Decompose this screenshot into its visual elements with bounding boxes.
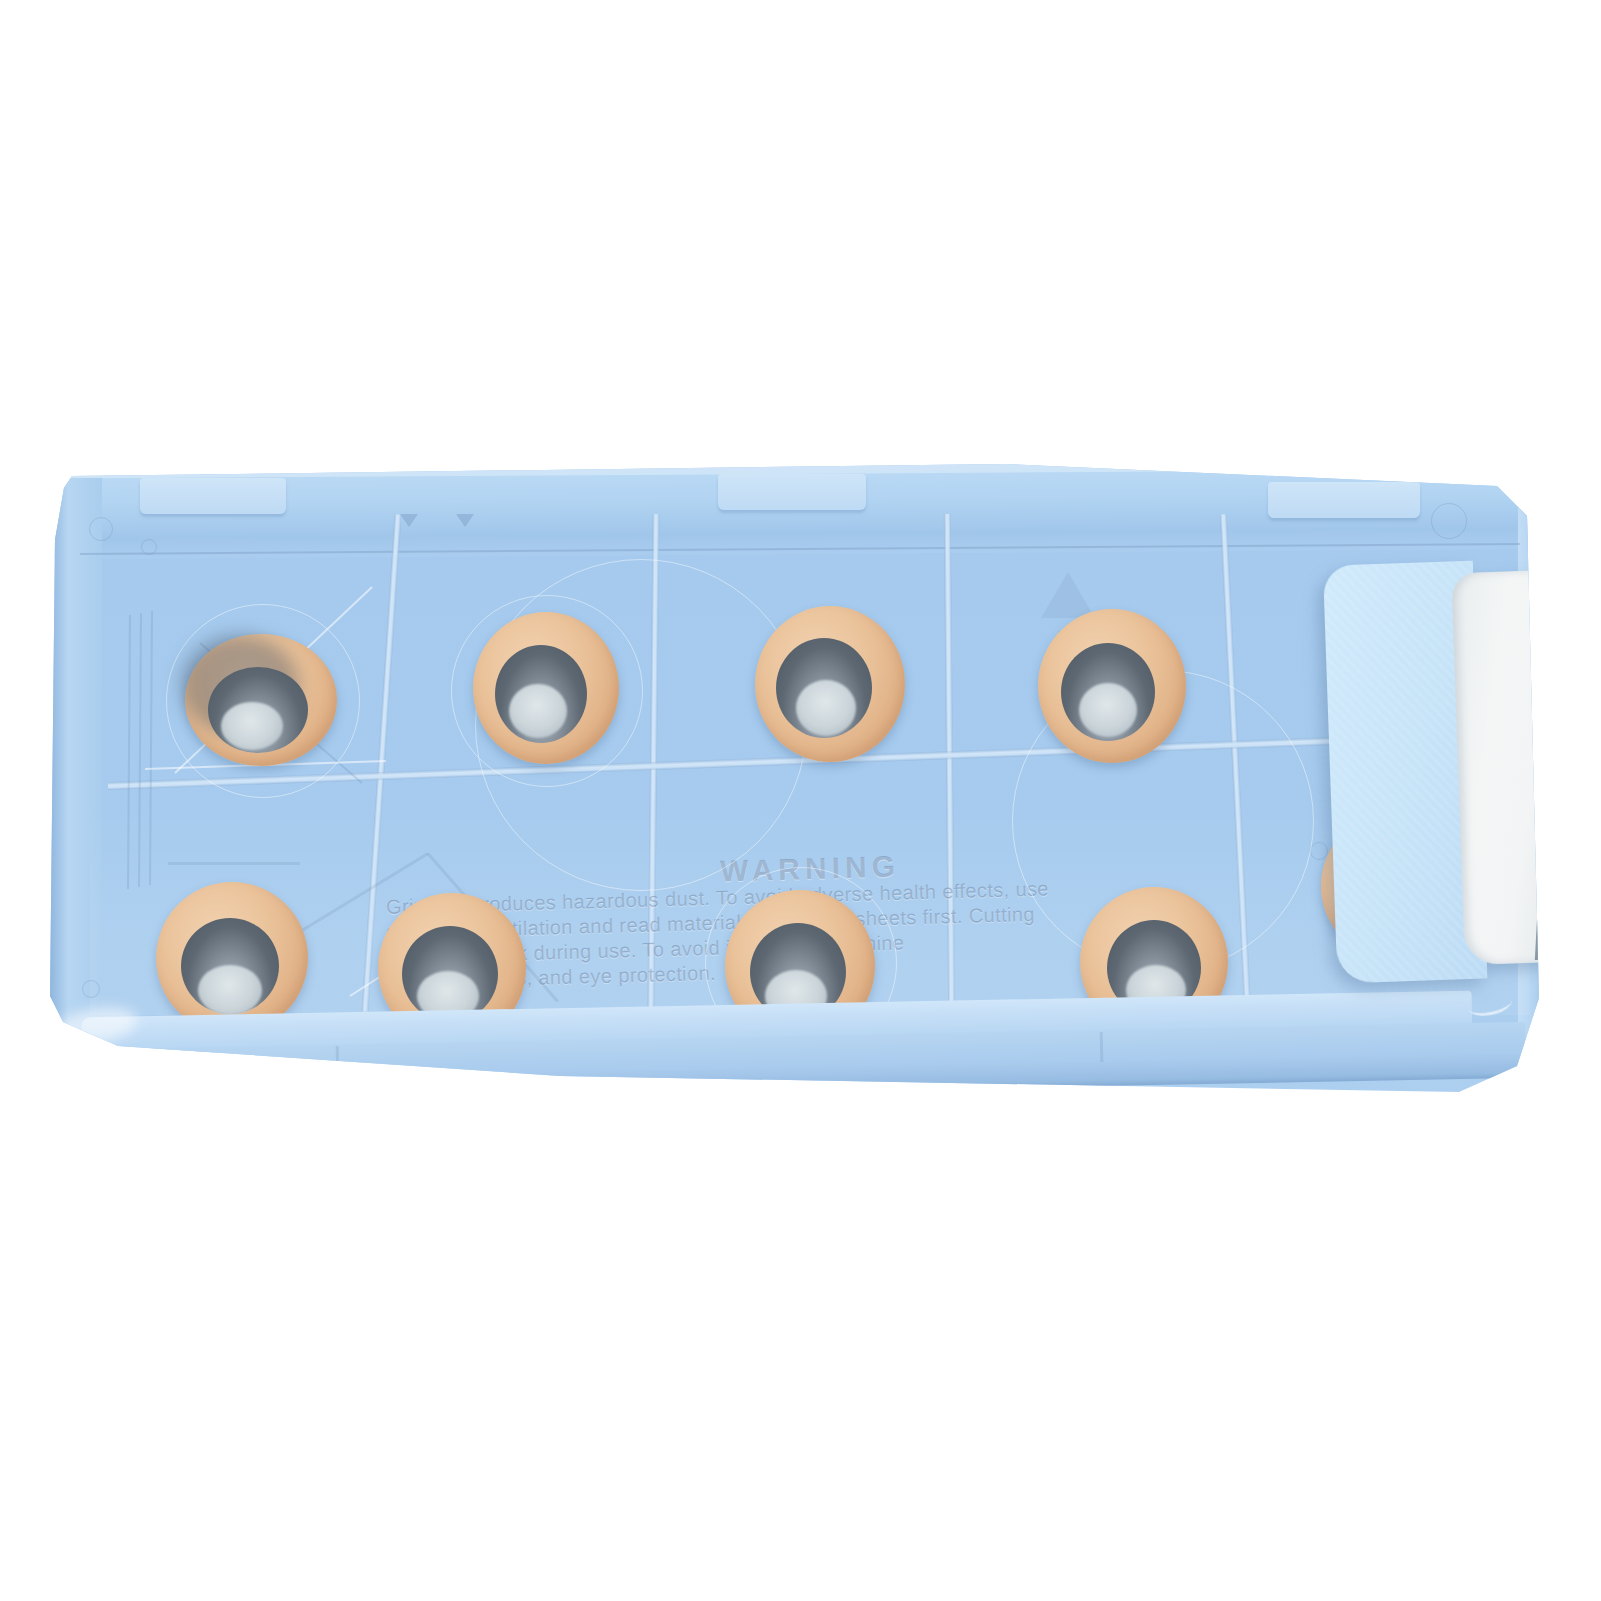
mold-circle xyxy=(89,517,113,541)
insert-bore xyxy=(208,667,308,753)
carbide-insert xyxy=(185,634,337,766)
insert-bore xyxy=(776,638,872,738)
back-wall-notch xyxy=(456,514,474,527)
arrow-emboss-line xyxy=(168,862,300,865)
product-photo: WARNING Grinding produces hazardous dust… xyxy=(0,0,1601,1601)
label-flap xyxy=(1323,552,1552,983)
rim-tab xyxy=(140,478,286,514)
insert-hole-floor xyxy=(221,702,283,750)
insert-box: WARNING Grinding produces hazardous dust… xyxy=(0,0,1601,1601)
front-groove xyxy=(336,1046,340,1076)
insert-bore xyxy=(181,918,279,1014)
rim-tab xyxy=(718,474,866,510)
label-flap-liner xyxy=(1451,570,1553,965)
insert-hole-floor xyxy=(509,684,567,738)
rim-tab xyxy=(1268,482,1420,518)
insert-hole-floor xyxy=(1079,683,1137,737)
mold-circle xyxy=(1310,842,1328,860)
carbide-insert xyxy=(755,606,905,762)
recycle-triangle-emboss xyxy=(1041,572,1095,618)
insert-hole-floor xyxy=(198,965,262,1015)
insert-hole-floor xyxy=(796,680,856,736)
carbide-insert xyxy=(473,612,619,764)
carbide-insert xyxy=(156,882,308,1034)
insert-bore xyxy=(402,926,498,1022)
front-groove xyxy=(1100,1032,1104,1062)
mold-circle xyxy=(141,539,157,555)
mold-circle xyxy=(1431,503,1467,539)
mold-circle xyxy=(82,980,100,998)
insert-bore xyxy=(1061,643,1155,741)
carbide-insert xyxy=(1038,609,1186,763)
back-wall-notch xyxy=(400,514,418,527)
insert-bore xyxy=(495,645,587,743)
